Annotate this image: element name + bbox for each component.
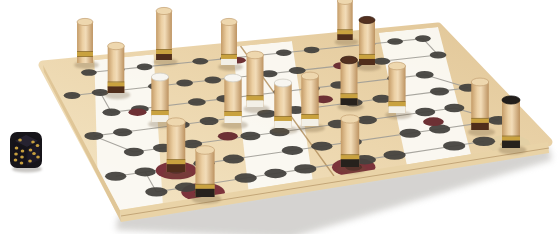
board-hole xyxy=(223,155,244,164)
peg-gold-ring-edge xyxy=(195,184,214,185)
peg-gold-ring-edge xyxy=(301,114,318,115)
die-pip xyxy=(20,156,24,159)
peg-color-band-white xyxy=(388,106,405,113)
board-hole xyxy=(415,35,431,42)
board-hole xyxy=(176,80,193,87)
game-scene-svg xyxy=(0,0,560,234)
die-pip xyxy=(29,149,33,152)
board-hole xyxy=(311,142,332,151)
board-hole xyxy=(276,49,292,56)
peg-gold-ring-edge xyxy=(471,118,489,119)
board-hole xyxy=(289,67,306,74)
board-hole xyxy=(400,129,421,138)
peg-color-band-white xyxy=(301,119,318,126)
peg-top-white xyxy=(274,79,291,87)
board-hole xyxy=(192,58,208,65)
peg-color-band-brown xyxy=(108,87,125,93)
peg-gold-ring xyxy=(156,50,172,54)
board-hole xyxy=(188,98,206,106)
die-pip xyxy=(31,141,35,144)
board-hole xyxy=(416,71,434,79)
peg-gold-ring-edge xyxy=(77,56,93,57)
board-hole xyxy=(175,183,197,192)
peg-gold-ring xyxy=(274,117,291,121)
board-hole xyxy=(373,58,390,65)
board-hole xyxy=(102,109,120,117)
peg-top-brown xyxy=(359,16,375,23)
board-hole xyxy=(430,51,447,58)
peg-top-wood xyxy=(77,18,93,25)
board-hole xyxy=(105,172,126,181)
die-pip xyxy=(14,159,18,162)
die-pip xyxy=(36,156,40,159)
peg-color-band-white xyxy=(221,59,237,65)
peg-gold-ring-edge xyxy=(502,136,520,137)
peg-color-band-white xyxy=(151,115,168,122)
peg-gold-ring xyxy=(502,136,520,140)
peg-gold-ring xyxy=(341,155,359,159)
die-pip xyxy=(21,150,25,153)
peg-gold-ring-edge xyxy=(247,95,264,96)
die-pip xyxy=(20,162,24,165)
peg-gold-ring xyxy=(224,112,241,116)
peg-gold-ring-edge xyxy=(388,101,405,102)
board-hole xyxy=(443,141,465,150)
die-pip xyxy=(32,152,36,155)
product-photo xyxy=(0,0,560,234)
board-hole xyxy=(124,148,144,156)
board-hole xyxy=(200,117,219,125)
peg-gold-ring xyxy=(77,52,93,56)
peg-gold-ring-edge xyxy=(359,54,375,55)
peg-gold-ring-edge xyxy=(156,49,172,50)
peg-color-band-white xyxy=(274,121,291,128)
board-hole xyxy=(357,116,377,124)
peg-top-wood xyxy=(108,42,125,49)
die-pip xyxy=(28,160,32,163)
special-hole xyxy=(218,132,238,140)
peg-gold-ring-edge xyxy=(341,154,359,155)
peg-gold-ring-edge xyxy=(341,93,358,94)
board-hole xyxy=(240,132,260,140)
peg-color-band-white xyxy=(247,100,264,107)
peg-color-band-white xyxy=(224,116,241,123)
board-hole xyxy=(81,69,97,76)
peg-color-band-brown xyxy=(337,34,352,40)
board-hole xyxy=(64,92,81,99)
peg-top-white xyxy=(224,74,241,82)
peg-color-band-brown xyxy=(471,123,489,130)
peg-gold-ring xyxy=(195,185,214,189)
peg-top-wood xyxy=(341,115,359,123)
die-pip xyxy=(36,144,40,147)
peg-gold-ring xyxy=(221,55,237,59)
board-hole xyxy=(84,132,103,140)
board-hole xyxy=(294,164,316,173)
board-hole xyxy=(430,87,449,95)
board-hole xyxy=(204,76,221,83)
peg-gold-ring xyxy=(388,102,405,106)
peg-gold-ring xyxy=(108,82,125,86)
peg-top-wood xyxy=(247,51,264,59)
peg-gold-ring xyxy=(167,160,186,164)
peg-color-band-brown xyxy=(359,59,375,65)
board-hole xyxy=(135,167,156,176)
peg-top-wood xyxy=(167,118,186,126)
peg-color-band-black xyxy=(341,159,359,167)
peg-top-wood xyxy=(221,18,237,25)
board-hole xyxy=(383,150,405,159)
board-hole xyxy=(137,64,153,71)
peg-color-band-brown xyxy=(167,164,186,172)
peg-color-band-black xyxy=(195,189,214,197)
die-pip xyxy=(15,147,19,150)
peg-gold-ring-edge xyxy=(167,159,186,160)
peg-gold-ring-edge xyxy=(337,29,352,30)
peg-top-white xyxy=(151,73,168,81)
peg-gold-ring-edge xyxy=(151,110,168,111)
peg-gold-ring xyxy=(301,115,318,119)
special-hole xyxy=(423,117,444,126)
board-hole xyxy=(415,108,435,116)
peg-gold-ring-edge xyxy=(224,111,241,112)
peg-gold-ring-edge xyxy=(77,51,93,52)
peg-top-wood xyxy=(388,62,405,70)
board-hole xyxy=(444,104,464,112)
board-hole xyxy=(264,169,286,178)
peg-gold-ring xyxy=(337,30,352,34)
peg-top-wood xyxy=(301,72,318,80)
board-hole xyxy=(235,173,257,182)
peg-gold-ring xyxy=(471,119,489,123)
peg-top-brown xyxy=(341,56,358,64)
peg-top-wood xyxy=(471,78,489,86)
peg-gold-ring xyxy=(151,111,168,115)
die-pip xyxy=(18,139,22,142)
peg-gold-ring-edge xyxy=(274,116,291,117)
board-hole xyxy=(387,38,403,45)
peg-top-wood xyxy=(337,0,352,4)
die[interactable] xyxy=(10,132,42,173)
die-pip xyxy=(14,153,18,156)
peg-gold-ring xyxy=(247,96,264,100)
peg-color-band-black xyxy=(502,141,520,148)
special-hole xyxy=(128,108,146,116)
board-hole xyxy=(304,47,320,54)
board-hole xyxy=(113,128,132,136)
peg-gold-ring-edge xyxy=(221,54,237,55)
peg-top-wood xyxy=(195,146,214,155)
board-hole xyxy=(282,146,303,155)
peg-gold-ring-edge xyxy=(108,82,125,83)
peg-color-band-brown xyxy=(156,54,172,60)
peg-top-wood xyxy=(156,7,172,14)
peg-gold-ring xyxy=(359,55,375,59)
peg-color-band-black xyxy=(341,98,358,105)
board-hole xyxy=(473,137,495,146)
peg-top-black xyxy=(502,96,520,104)
peg-gold-ring xyxy=(341,94,358,98)
board-hole xyxy=(145,187,167,196)
